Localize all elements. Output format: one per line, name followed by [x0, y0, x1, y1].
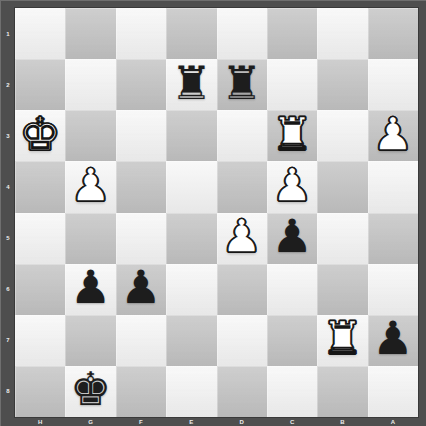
white-pawn[interactable]: ♟ — [271, 162, 312, 208]
white-rook[interactable]: ♜ — [271, 111, 312, 157]
square-d5[interactable]: ♟ — [217, 213, 267, 264]
square-a3[interactable]: ♟ — [368, 110, 418, 161]
file-label: B — [317, 417, 367, 426]
square-d2[interactable]: ♜ — [217, 59, 267, 110]
square-f6[interactable]: ♟ — [116, 264, 166, 315]
square-f8[interactable] — [116, 366, 166, 417]
file-label: H — [15, 417, 65, 426]
file-label: F — [116, 417, 166, 426]
square-h8[interactable] — [15, 366, 65, 417]
square-f1[interactable] — [116, 8, 166, 59]
square-d7[interactable] — [217, 315, 267, 366]
square-b3[interactable] — [317, 110, 367, 161]
square-h4[interactable] — [15, 161, 65, 212]
square-h1[interactable] — [15, 8, 65, 59]
file-label: G — [65, 417, 115, 426]
square-e6[interactable] — [166, 264, 216, 315]
square-h5[interactable] — [15, 213, 65, 264]
square-b8[interactable] — [317, 366, 367, 417]
black-pawn[interactable]: ♟ — [70, 264, 111, 310]
square-e4[interactable] — [166, 161, 216, 212]
chess-board: ♜♜♚♜♟♟♟♟♟♟♟♜♟♚ — [15, 8, 418, 417]
square-f7[interactable] — [116, 315, 166, 366]
black-rook[interactable]: ♜ — [171, 60, 212, 106]
square-g7[interactable] — [65, 315, 115, 366]
square-d4[interactable] — [217, 161, 267, 212]
square-a5[interactable] — [368, 213, 418, 264]
square-g2[interactable] — [65, 59, 115, 110]
rank-label: 1 — [1, 8, 15, 59]
square-d3[interactable] — [217, 110, 267, 161]
white-rook[interactable]: ♜ — [322, 315, 363, 361]
white-king[interactable]: ♚ — [20, 111, 61, 157]
square-g6[interactable]: ♟ — [65, 264, 115, 315]
black-king[interactable]: ♚ — [70, 366, 111, 412]
square-c7[interactable] — [267, 315, 317, 366]
chess-board-frame: 12345678 ♜♜♚♜♟♟♟♟♟♟♟♜♟♚ HGFEDCBA — [0, 0, 426, 426]
square-d8[interactable] — [217, 366, 267, 417]
square-b1[interactable] — [317, 8, 367, 59]
square-h6[interactable] — [15, 264, 65, 315]
square-c6[interactable] — [267, 264, 317, 315]
black-pawn[interactable]: ♟ — [372, 315, 413, 361]
square-b6[interactable] — [317, 264, 367, 315]
square-e5[interactable] — [166, 213, 216, 264]
rank-label: 4 — [1, 161, 15, 212]
square-e2[interactable]: ♜ — [166, 59, 216, 110]
square-c4[interactable]: ♟ — [267, 161, 317, 212]
rank-label: 7 — [1, 315, 15, 366]
file-label: D — [217, 417, 267, 426]
square-a7[interactable]: ♟ — [368, 315, 418, 366]
square-c5[interactable]: ♟ — [267, 213, 317, 264]
rank-label: 6 — [1, 264, 15, 315]
square-g3[interactable] — [65, 110, 115, 161]
square-a2[interactable] — [368, 59, 418, 110]
white-pawn[interactable]: ♟ — [221, 213, 262, 259]
black-pawn[interactable]: ♟ — [120, 264, 161, 310]
square-g4[interactable]: ♟ — [65, 161, 115, 212]
square-f5[interactable] — [116, 213, 166, 264]
rank-labels: 12345678 — [1, 8, 15, 417]
white-pawn[interactable]: ♟ — [70, 162, 111, 208]
square-a4[interactable] — [368, 161, 418, 212]
black-rook[interactable]: ♜ — [221, 60, 262, 106]
square-h7[interactable] — [15, 315, 65, 366]
rank-label: 2 — [1, 59, 15, 110]
white-pawn[interactable]: ♟ — [372, 111, 413, 157]
square-f3[interactable] — [116, 110, 166, 161]
square-d6[interactable] — [217, 264, 267, 315]
rank-label: 3 — [1, 110, 15, 161]
square-h2[interactable] — [15, 59, 65, 110]
square-g5[interactable] — [65, 213, 115, 264]
square-h3[interactable]: ♚ — [15, 110, 65, 161]
file-label: A — [368, 417, 418, 426]
square-e1[interactable] — [166, 8, 216, 59]
square-a6[interactable] — [368, 264, 418, 315]
square-b5[interactable] — [317, 213, 367, 264]
square-c3[interactable]: ♜ — [267, 110, 317, 161]
square-d1[interactable] — [217, 8, 267, 59]
file-labels: HGFEDCBA — [15, 417, 418, 426]
square-e8[interactable] — [166, 366, 216, 417]
square-c1[interactable] — [267, 8, 317, 59]
square-c2[interactable] — [267, 59, 317, 110]
square-a8[interactable] — [368, 366, 418, 417]
square-c8[interactable] — [267, 366, 317, 417]
square-f4[interactable] — [116, 161, 166, 212]
square-b2[interactable] — [317, 59, 367, 110]
rank-label: 5 — [1, 213, 15, 264]
square-b7[interactable]: ♜ — [317, 315, 367, 366]
black-pawn[interactable]: ♟ — [271, 213, 312, 259]
square-a1[interactable] — [368, 8, 418, 59]
square-g8[interactable]: ♚ — [65, 366, 115, 417]
square-b4[interactable] — [317, 161, 367, 212]
square-e3[interactable] — [166, 110, 216, 161]
file-label: C — [267, 417, 317, 426]
square-e7[interactable] — [166, 315, 216, 366]
file-label: E — [166, 417, 216, 426]
rank-label: 8 — [1, 366, 15, 417]
square-g1[interactable] — [65, 8, 115, 59]
square-f2[interactable] — [116, 59, 166, 110]
